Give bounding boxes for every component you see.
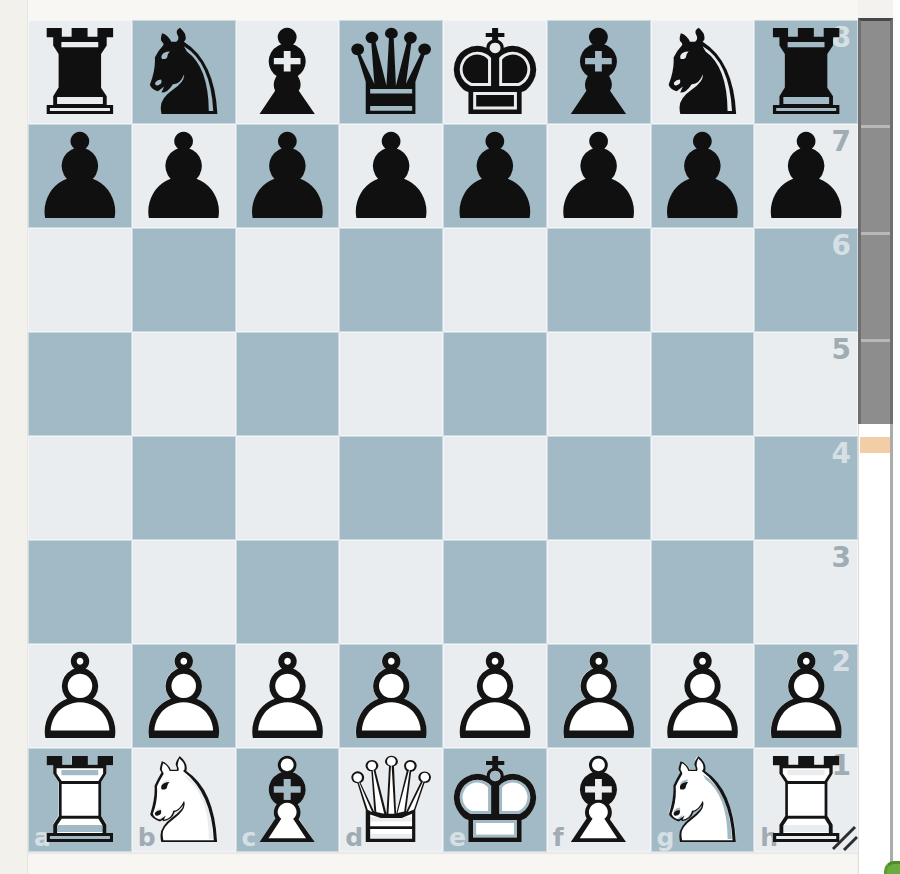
piece-black-pawn[interactable]: ♟ xyxy=(443,125,547,229)
square-d1[interactable]: d♛♕ xyxy=(339,748,443,852)
square-c7[interactable]: ♟ xyxy=(236,124,340,228)
square-f1[interactable]: f♝♗ xyxy=(547,748,651,852)
square-f4[interactable] xyxy=(547,436,651,540)
square-f5[interactable] xyxy=(547,332,651,436)
square-g6[interactable] xyxy=(651,228,755,332)
square-a5[interactable] xyxy=(28,332,132,436)
square-c6[interactable] xyxy=(236,228,340,332)
white-piece-outline-glyph: ♖ xyxy=(28,749,132,853)
square-g4[interactable] xyxy=(651,436,755,540)
square-e1[interactable]: e♚♔ xyxy=(443,748,547,852)
chess-board: ♜♞♝♛♚♝♞8♜♟♟♟♟♟♟♟7♟6543♟♙♟♙♟♙♟♙♟♙♟♙♟♙2♟♙a… xyxy=(28,20,858,852)
square-d6[interactable] xyxy=(339,228,443,332)
piece-white-knight[interactable]: ♞♘ xyxy=(651,749,755,853)
white-piece-outline-glyph: ♕ xyxy=(339,749,443,853)
scroll-marker xyxy=(860,437,890,453)
right-edge-strip xyxy=(893,0,900,874)
green-button[interactable] xyxy=(884,861,900,874)
piece-black-pawn[interactable]: ♟ xyxy=(651,125,755,229)
square-b7[interactable]: ♟ xyxy=(132,124,236,228)
square-a1[interactable]: a♜♖ xyxy=(28,748,132,852)
white-piece-outline-glyph: ♘ xyxy=(132,749,236,853)
square-h7[interactable]: 7♟ xyxy=(754,124,858,228)
square-a7[interactable]: ♟ xyxy=(28,124,132,228)
square-e5[interactable] xyxy=(443,332,547,436)
square-a4[interactable] xyxy=(28,436,132,540)
square-d7[interactable]: ♟ xyxy=(339,124,443,228)
rank-label: 6 xyxy=(832,232,851,260)
square-f7[interactable]: ♟ xyxy=(547,124,651,228)
piece-black-pawn[interactable]: ♟ xyxy=(754,125,858,229)
white-piece-outline-glyph: ♗ xyxy=(547,749,651,853)
piece-white-knight[interactable]: ♞♘ xyxy=(132,749,236,853)
bottom-strip xyxy=(28,852,858,874)
square-g1[interactable]: g♞♘ xyxy=(651,748,755,852)
square-g7[interactable]: ♟ xyxy=(651,124,755,228)
scrollbar[interactable] xyxy=(858,0,893,874)
square-b1[interactable]: b♞♘ xyxy=(132,748,236,852)
piece-black-pawn[interactable]: ♟ xyxy=(547,125,651,229)
piece-black-pawn[interactable]: ♟ xyxy=(132,125,236,229)
square-b5[interactable] xyxy=(132,332,236,436)
square-d4[interactable] xyxy=(339,436,443,540)
piece-black-pawn[interactable]: ♟ xyxy=(236,125,340,229)
resize-grip-icon[interactable] xyxy=(830,823,858,851)
piece-white-bishop[interactable]: ♝♗ xyxy=(547,749,651,853)
square-a6[interactable] xyxy=(28,228,132,332)
square-b6[interactable] xyxy=(132,228,236,332)
piece-black-pawn[interactable]: ♟ xyxy=(339,125,443,229)
rank-label: 5 xyxy=(832,336,851,364)
square-h5[interactable]: 5 xyxy=(754,332,858,436)
square-h4[interactable]: 4 xyxy=(754,436,858,540)
white-piece-outline-glyph: ♘ xyxy=(651,749,755,853)
piece-black-pawn[interactable]: ♟ xyxy=(28,125,132,229)
scrollbar-thumb[interactable] xyxy=(858,18,893,424)
square-h6[interactable]: 6 xyxy=(754,228,858,332)
square-f6[interactable] xyxy=(547,228,651,332)
square-e6[interactable] xyxy=(443,228,547,332)
piece-white-rook[interactable]: ♜♖ xyxy=(28,749,132,853)
white-piece-outline-glyph: ♗ xyxy=(236,749,340,853)
square-g5[interactable] xyxy=(651,332,755,436)
square-e4[interactable] xyxy=(443,436,547,540)
white-piece-outline-glyph: ♔ xyxy=(443,749,547,853)
square-c4[interactable] xyxy=(236,436,340,540)
square-b4[interactable] xyxy=(132,436,236,540)
square-c1[interactable]: c♝♗ xyxy=(236,748,340,852)
rank-label: 3 xyxy=(832,544,851,572)
page: ♜♞♝♛♚♝♞8♜♟♟♟♟♟♟♟7♟6543♟♙♟♙♟♙♟♙♟♙♟♙♟♙2♟♙a… xyxy=(0,0,900,874)
square-c5[interactable] xyxy=(236,332,340,436)
square-d5[interactable] xyxy=(339,332,443,436)
piece-white-bishop[interactable]: ♝♗ xyxy=(236,749,340,853)
piece-white-king[interactable]: ♚♔ xyxy=(443,749,547,853)
scrollbar-track[interactable] xyxy=(858,424,893,874)
piece-white-queen[interactable]: ♛♕ xyxy=(339,749,443,853)
left-margin xyxy=(0,0,28,874)
rank-label: 4 xyxy=(832,440,851,468)
square-e7[interactable]: ♟ xyxy=(443,124,547,228)
